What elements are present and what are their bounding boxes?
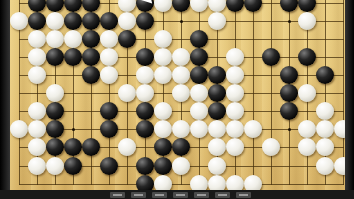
black-stone[interactable] — [136, 175, 154, 190]
star-point — [288, 128, 291, 131]
right-letterbox-bar — [345, 0, 354, 199]
white-stone[interactable] — [190, 84, 208, 102]
white-stone[interactable] — [100, 66, 118, 84]
white-stone[interactable] — [154, 48, 172, 66]
black-stone[interactable] — [100, 102, 118, 120]
black-stone[interactable] — [244, 0, 262, 12]
white-stone[interactable] — [28, 102, 46, 120]
white-stone[interactable] — [244, 120, 262, 138]
black-stone[interactable] — [136, 12, 154, 30]
white-stone[interactable] — [154, 0, 172, 12]
white-stone[interactable] — [154, 66, 172, 84]
white-stone[interactable] — [298, 138, 316, 156]
white-stone[interactable] — [46, 12, 64, 30]
white-stone[interactable] — [100, 30, 118, 48]
white-stone[interactable] — [190, 102, 208, 120]
black-stone[interactable] — [136, 0, 154, 12]
white-stone[interactable] — [190, 0, 208, 12]
black-stone[interactable] — [100, 157, 118, 175]
black-stone[interactable] — [118, 30, 136, 48]
black-stone[interactable] — [136, 48, 154, 66]
black-stone[interactable] — [208, 102, 226, 120]
white-stone[interactable] — [10, 12, 28, 30]
black-stone[interactable] — [208, 84, 226, 102]
black-stone[interactable] — [82, 48, 100, 66]
black-stone[interactable] — [172, 0, 190, 12]
white-stone[interactable] — [172, 157, 190, 175]
white-stone[interactable] — [172, 66, 190, 84]
white-stone[interactable] — [190, 175, 208, 190]
black-stone[interactable] — [280, 66, 298, 84]
white-stone[interactable] — [10, 120, 28, 138]
toolbar-button[interactable] — [173, 192, 188, 198]
black-stone[interactable] — [136, 157, 154, 175]
star-point — [72, 128, 75, 131]
black-stone[interactable] — [28, 12, 46, 30]
grid-vline — [253, 0, 254, 185]
white-stone[interactable] — [226, 48, 244, 66]
white-stone[interactable] — [316, 157, 334, 175]
white-stone[interactable] — [136, 84, 154, 102]
white-stone[interactable] — [226, 120, 244, 138]
white-stone[interactable] — [46, 157, 64, 175]
toolbar-button[interactable] — [131, 192, 146, 198]
black-stone[interactable] — [208, 66, 226, 84]
black-stone[interactable] — [28, 0, 46, 12]
toolbar-button-glyph — [155, 194, 164, 196]
white-stone[interactable] — [226, 175, 244, 190]
black-stone[interactable] — [100, 12, 118, 30]
black-stone[interactable] — [46, 120, 64, 138]
black-stone[interactable] — [82, 66, 100, 84]
black-stone[interactable] — [64, 12, 82, 30]
black-stone[interactable] — [64, 138, 82, 156]
black-stone[interactable] — [280, 102, 298, 120]
go-app-window — [0, 0, 354, 199]
white-stone[interactable] — [226, 84, 244, 102]
white-stone[interactable] — [136, 66, 154, 84]
black-stone[interactable] — [190, 30, 208, 48]
white-stone[interactable] — [154, 30, 172, 48]
star-point — [288, 20, 291, 23]
white-stone[interactable] — [118, 84, 136, 102]
white-stone[interactable] — [298, 12, 316, 30]
black-stone[interactable] — [298, 0, 316, 12]
black-stone[interactable] — [46, 138, 64, 156]
black-stone[interactable] — [226, 0, 244, 12]
white-stone[interactable] — [334, 120, 345, 138]
left-letterbox-bar — [0, 0, 10, 199]
white-stone[interactable] — [172, 48, 190, 66]
white-stone[interactable] — [100, 48, 118, 66]
black-stone[interactable] — [298, 48, 316, 66]
white-stone[interactable] — [298, 84, 316, 102]
go-board[interactable] — [10, 0, 345, 190]
black-stone[interactable] — [172, 138, 190, 156]
white-stone[interactable] — [316, 102, 334, 120]
white-stone[interactable] — [208, 12, 226, 30]
toolbar-button[interactable] — [152, 192, 167, 198]
white-stone[interactable] — [28, 120, 46, 138]
white-stone[interactable] — [118, 0, 136, 12]
white-stone[interactable] — [208, 175, 226, 190]
black-stone[interactable] — [190, 66, 208, 84]
black-stone[interactable] — [190, 48, 208, 66]
white-stone[interactable] — [28, 48, 46, 66]
black-stone[interactable] — [280, 84, 298, 102]
white-stone[interactable] — [226, 66, 244, 84]
toolbar-button-glyph — [134, 194, 143, 196]
bottom-toolbar — [0, 190, 354, 199]
white-stone[interactable] — [46, 30, 64, 48]
black-stone[interactable] — [46, 48, 64, 66]
star-point — [180, 20, 183, 23]
toolbar-button[interactable] — [194, 192, 209, 198]
black-stone[interactable] — [154, 157, 172, 175]
white-stone[interactable] — [46, 84, 64, 102]
white-stone[interactable] — [154, 175, 172, 190]
black-stone[interactable] — [82, 0, 100, 12]
white-stone[interactable] — [244, 175, 262, 190]
black-stone[interactable] — [64, 157, 82, 175]
white-stone[interactable] — [298, 120, 316, 138]
grid-vline — [271, 0, 272, 185]
white-stone[interactable] — [154, 120, 172, 138]
toolbar-button-glyph — [113, 194, 122, 196]
toolbar-button[interactable] — [236, 192, 251, 198]
black-stone[interactable] — [64, 48, 82, 66]
black-stone[interactable] — [82, 138, 100, 156]
toolbar-button-glyph — [239, 194, 248, 196]
black-stone[interactable] — [64, 0, 82, 12]
white-stone[interactable] — [208, 157, 226, 175]
white-stone[interactable] — [64, 30, 82, 48]
black-stone[interactable] — [280, 0, 298, 12]
white-stone[interactable] — [334, 157, 345, 175]
white-stone[interactable] — [28, 138, 46, 156]
white-stone[interactable] — [154, 102, 172, 120]
black-stone[interactable] — [262, 48, 280, 66]
toolbar-button[interactable] — [215, 192, 230, 198]
black-stone[interactable] — [82, 30, 100, 48]
black-stone[interactable] — [136, 102, 154, 120]
white-stone[interactable] — [190, 120, 208, 138]
black-stone[interactable] — [136, 120, 154, 138]
white-stone[interactable] — [28, 30, 46, 48]
black-stone[interactable] — [154, 138, 172, 156]
toolbar-button-glyph — [218, 194, 227, 196]
white-stone[interactable] — [208, 0, 226, 12]
black-stone[interactable] — [82, 12, 100, 30]
white-stone[interactable] — [208, 138, 226, 156]
white-stone[interactable] — [172, 120, 190, 138]
toolbar-button-glyph — [176, 194, 185, 196]
white-stone[interactable] — [316, 138, 334, 156]
white-stone[interactable] — [226, 138, 244, 156]
white-stone[interactable] — [316, 120, 334, 138]
black-stone[interactable] — [46, 102, 64, 120]
toolbar-button-glyph — [197, 194, 206, 196]
white-stone[interactable] — [262, 138, 280, 156]
white-stone[interactable] — [28, 66, 46, 84]
white-stone[interactable] — [172, 84, 190, 102]
white-stone[interactable] — [118, 12, 136, 30]
toolbar-button[interactable] — [110, 192, 125, 198]
white-stone[interactable] — [28, 157, 46, 175]
white-stone[interactable] — [118, 138, 136, 156]
white-stone[interactable] — [208, 120, 226, 138]
black-stone[interactable] — [46, 0, 64, 12]
black-stone[interactable] — [100, 120, 118, 138]
black-stone[interactable] — [316, 66, 334, 84]
white-stone[interactable] — [226, 102, 244, 120]
last-move-triangle-marker — [141, 0, 156, 3]
